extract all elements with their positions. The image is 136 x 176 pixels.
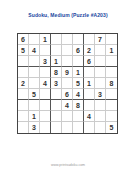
cell-r5c4[interactable]: 3 xyxy=(51,78,62,89)
cell-r4c1[interactable] xyxy=(18,67,29,78)
cell-r6c4[interactable] xyxy=(51,89,62,100)
cell-r8c7[interactable]: 4 xyxy=(84,111,95,122)
cell-r4c3[interactable] xyxy=(40,67,51,78)
cell-r9c3[interactable] xyxy=(40,122,51,133)
cell-r7c1[interactable] xyxy=(18,100,29,111)
cell-r3c2[interactable] xyxy=(29,56,40,67)
cell-r7c9[interactable] xyxy=(106,100,117,111)
cell-r7c7[interactable] xyxy=(84,100,95,111)
cell-r3c7[interactable]: 6 xyxy=(84,56,95,67)
cell-r6c9[interactable] xyxy=(106,89,117,100)
cell-r3c4[interactable]: 1 xyxy=(51,56,62,67)
cell-r7c3[interactable] xyxy=(40,100,51,111)
cell-r1c1[interactable]: 6 xyxy=(18,34,29,45)
cell-r1c2[interactable] xyxy=(29,34,40,45)
cell-r5c9[interactable]: 8 xyxy=(106,78,117,89)
cell-r9c4[interactable] xyxy=(51,122,62,133)
cell-r1c3[interactable]: 1 xyxy=(40,34,51,45)
cell-r9c5[interactable] xyxy=(62,122,73,133)
cell-r3c5[interactable] xyxy=(62,56,73,67)
cell-r5c6[interactable]: 5 xyxy=(73,78,84,89)
cell-r8c5[interactable] xyxy=(62,111,73,122)
cell-r9c1[interactable] xyxy=(18,122,29,133)
cell-r4c7[interactable] xyxy=(84,67,95,78)
cell-r2c1[interactable]: 5 xyxy=(18,45,29,56)
cell-r4c2[interactable] xyxy=(29,67,40,78)
cell-r9c6[interactable] xyxy=(73,122,84,133)
cell-r5c7[interactable]: 1 xyxy=(84,78,95,89)
cell-r2c9[interactable]: 1 xyxy=(106,45,117,56)
cell-r5c1[interactable]: 2 xyxy=(18,78,29,89)
cell-r8c8[interactable] xyxy=(95,111,106,122)
cell-r1c4[interactable] xyxy=(51,34,62,45)
cell-r4c6[interactable]: 1 xyxy=(73,67,84,78)
cell-r8c6[interactable] xyxy=(73,111,84,122)
cell-r4c8[interactable] xyxy=(95,67,106,78)
cell-r5c5[interactable] xyxy=(62,78,73,89)
cell-r7c4[interactable] xyxy=(51,100,62,111)
cell-r1c5[interactable] xyxy=(62,34,73,45)
cell-r3c9[interactable] xyxy=(106,56,117,67)
cell-r6c5[interactable]: 6 xyxy=(62,89,73,100)
cell-r2c8[interactable] xyxy=(95,45,106,56)
cell-r2c4[interactable] xyxy=(51,45,62,56)
cell-r9c7[interactable] xyxy=(84,122,95,133)
cell-r7c6[interactable]: 8 xyxy=(73,100,84,111)
cell-r7c8[interactable] xyxy=(95,100,106,111)
cell-r9c9[interactable]: 5 xyxy=(106,122,117,133)
cell-r8c2[interactable]: 1 xyxy=(29,111,40,122)
cell-r1c6[interactable] xyxy=(73,34,84,45)
cell-r8c9[interactable] xyxy=(106,111,117,122)
sudoku-board: 617546213168912435185643481435 xyxy=(17,33,118,134)
cell-r5c8[interactable] xyxy=(95,78,106,89)
footer-url: www.printsudoku.com xyxy=(0,163,136,167)
cell-r6c2[interactable]: 5 xyxy=(29,89,40,100)
cell-r1c8[interactable]: 7 xyxy=(95,34,106,45)
cell-r7c2[interactable] xyxy=(29,100,40,111)
cell-r9c8[interactable] xyxy=(95,122,106,133)
cell-r3c1[interactable] xyxy=(18,56,29,67)
puzzle-title: Sudoku, Medium (Puzzle #A203) xyxy=(0,12,136,18)
cell-r2c3[interactable] xyxy=(40,45,51,56)
cell-r1c9[interactable] xyxy=(106,34,117,45)
cell-r3c3[interactable]: 3 xyxy=(40,56,51,67)
cell-r6c1[interactable] xyxy=(18,89,29,100)
cell-r2c2[interactable]: 4 xyxy=(29,45,40,56)
cell-r7c5[interactable]: 4 xyxy=(62,100,73,111)
cell-r3c8[interactable] xyxy=(95,56,106,67)
cell-r5c3[interactable]: 4 xyxy=(40,78,51,89)
cell-r4c4[interactable]: 8 xyxy=(51,67,62,78)
cell-r3c6[interactable] xyxy=(73,56,84,67)
cell-r5c2[interactable] xyxy=(29,78,40,89)
cell-r8c1[interactable] xyxy=(18,111,29,122)
cell-r9c2[interactable]: 3 xyxy=(29,122,40,133)
page: Sudoku, Medium (Puzzle #A203) 6175462131… xyxy=(0,0,136,176)
cell-r6c7[interactable] xyxy=(84,89,95,100)
cell-r8c4[interactable] xyxy=(51,111,62,122)
cell-r6c3[interactable] xyxy=(40,89,51,100)
cell-r6c6[interactable]: 4 xyxy=(73,89,84,100)
cell-r2c5[interactable] xyxy=(62,45,73,56)
cell-r6c8[interactable]: 3 xyxy=(95,89,106,100)
cell-r8c3[interactable] xyxy=(40,111,51,122)
cell-r1c7[interactable] xyxy=(84,34,95,45)
cell-r2c7[interactable]: 2 xyxy=(84,45,95,56)
cell-r4c5[interactable]: 9 xyxy=(62,67,73,78)
cell-r2c6[interactable]: 6 xyxy=(73,45,84,56)
cell-r4c9[interactable] xyxy=(106,67,117,78)
